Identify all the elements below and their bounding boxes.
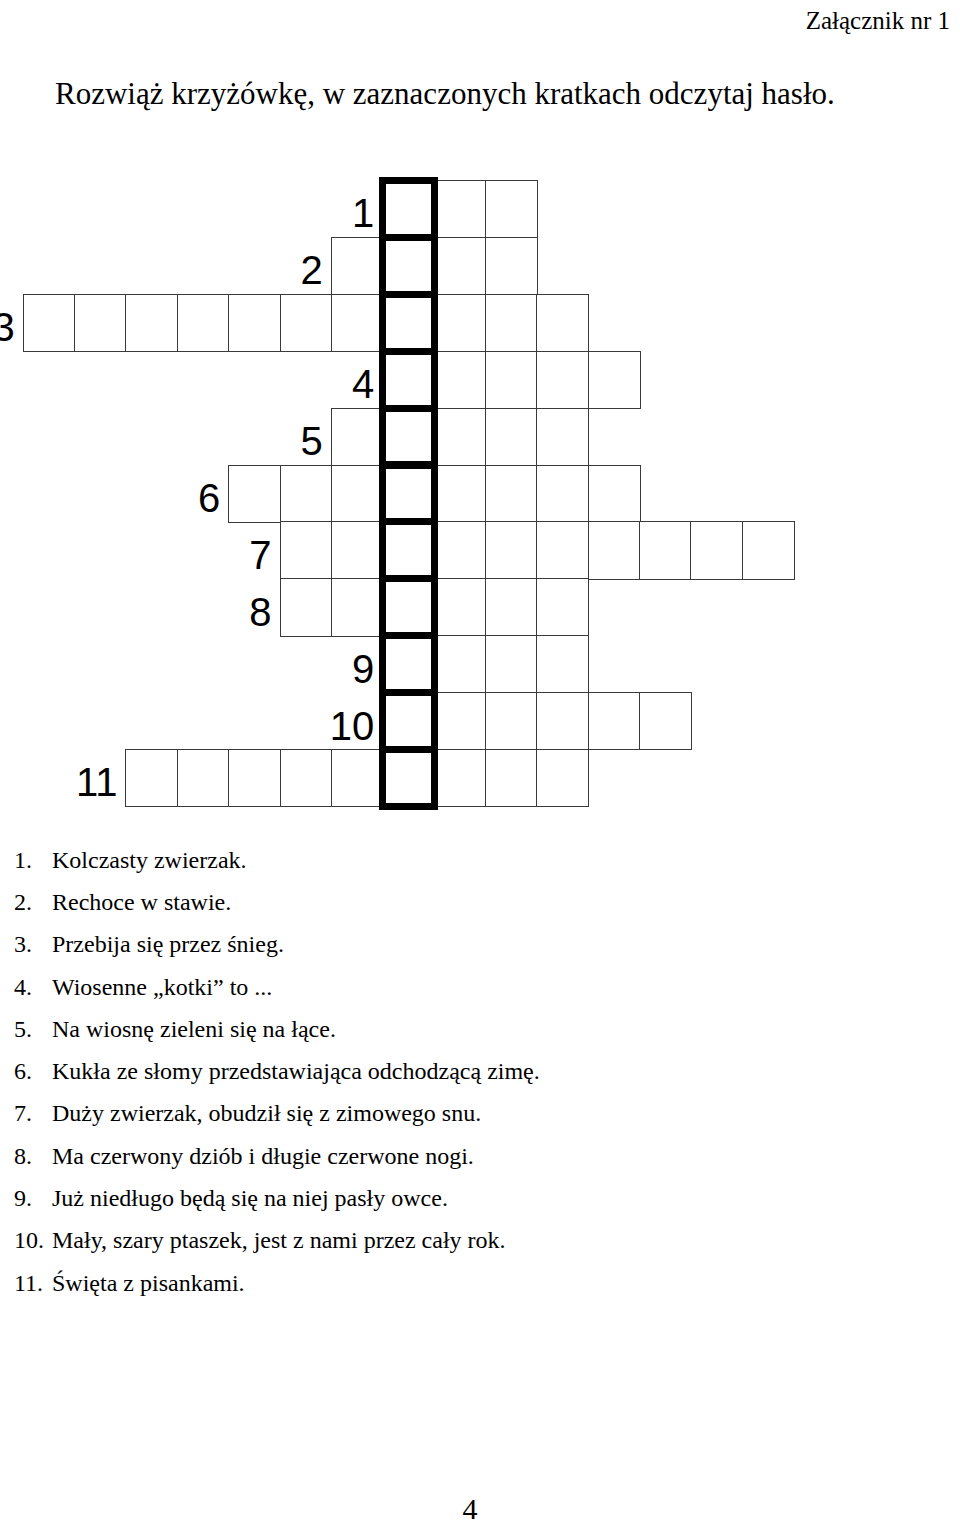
- clue-number: 11.: [14, 1270, 52, 1297]
- clue-text: Już niedługo będą się na niej pasły owce…: [52, 1185, 448, 1212]
- clue-item: 3.Przebija się przez śnieg.: [14, 924, 540, 966]
- crossword-cell[interactable]: [536, 521, 589, 579]
- crossword-cell[interactable]: [434, 578, 487, 636]
- clue-item: 8.Ma czerwony dziób i długie czerwone no…: [14, 1135, 540, 1177]
- crossword-cell[interactable]: [331, 237, 384, 295]
- crossword-cell[interactable]: [434, 180, 487, 238]
- crossword-cell[interactable]: [434, 237, 487, 295]
- crossword-cell[interactable]: [280, 578, 333, 636]
- page-number: 4: [0, 1492, 940, 1526]
- crossword-cell[interactable]: [434, 521, 487, 579]
- crossword-cell[interactable]: [331, 521, 384, 579]
- crossword-cell[interactable]: [228, 294, 281, 352]
- crossword-cell[interactable]: [280, 749, 333, 807]
- clue-item: 10.Mały, szary ptaszek, jest z nami prze…: [14, 1220, 540, 1262]
- crossword-cell[interactable]: [485, 578, 538, 636]
- row-number-label: 3: [0, 305, 15, 350]
- crossword-cell-highlighted[interactable]: [379, 462, 437, 526]
- crossword-cell[interactable]: [331, 294, 384, 352]
- crossword-cell[interactable]: [434, 408, 487, 466]
- crossword-cell[interactable]: [536, 408, 589, 466]
- clue-item: 2.Rechoce w stawie.: [14, 881, 540, 923]
- clue-number: 2.: [14, 889, 52, 916]
- crossword-cell[interactable]: [588, 465, 641, 523]
- clue-text: Kolczasty zwierzak.: [52, 847, 247, 874]
- clue-text: Duży zwierzak, obudził się z zimowego sn…: [52, 1100, 481, 1127]
- row-number-label: 1: [274, 191, 374, 236]
- crossword-cell-highlighted[interactable]: [379, 575, 437, 639]
- crossword-cell[interactable]: [536, 294, 589, 352]
- clue-list: 1.Kolczasty zwierzak.2.Rechoce w stawie.…: [14, 839, 540, 1304]
- crossword-cell[interactable]: [536, 465, 589, 523]
- crossword-cell[interactable]: [23, 294, 76, 352]
- crossword-cell[interactable]: [485, 180, 538, 238]
- clue-item: 1.Kolczasty zwierzak.: [14, 839, 540, 881]
- crossword-cell-highlighted[interactable]: [379, 518, 437, 582]
- crossword-cell[interactable]: [125, 749, 178, 807]
- crossword-cell[interactable]: [536, 635, 589, 693]
- crossword-grid: 1234567891011: [0, 0, 960, 830]
- clue-number: 7.: [14, 1100, 52, 1127]
- row-number-label: 10: [274, 704, 374, 749]
- crossword-cell[interactable]: [280, 521, 333, 579]
- crossword-cell[interactable]: [331, 408, 384, 466]
- clue-text: Na wiosnę zieleni się na łące.: [52, 1016, 336, 1043]
- row-number-label: 9: [274, 647, 374, 692]
- crossword-cell[interactable]: [588, 351, 641, 409]
- crossword-cell[interactable]: [485, 237, 538, 295]
- clue-text: Przebija się przez śnieg.: [52, 931, 284, 958]
- crossword-cell[interactable]: [125, 294, 178, 352]
- clue-item: 9.Już niedługo będą się na niej pasły ow…: [14, 1177, 540, 1219]
- crossword-cell[interactable]: [536, 351, 589, 409]
- crossword-cell[interactable]: [177, 294, 230, 352]
- crossword-cell[interactable]: [536, 578, 589, 636]
- crossword-cell[interactable]: [280, 294, 333, 352]
- crossword-cell-highlighted[interactable]: [379, 291, 437, 355]
- crossword-cell[interactable]: [485, 521, 538, 579]
- crossword-cell-highlighted[interactable]: [379, 689, 437, 753]
- crossword-cell-highlighted[interactable]: [379, 405, 437, 469]
- clue-item: 7.Duży zwierzak, obudził się z zimowego …: [14, 1093, 540, 1135]
- crossword-cell[interactable]: [74, 294, 127, 352]
- crossword-cell[interactable]: [228, 465, 281, 523]
- crossword-cell[interactable]: [639, 692, 692, 750]
- crossword-cell[interactable]: [177, 749, 230, 807]
- crossword-cell[interactable]: [742, 521, 795, 579]
- clue-number: 8.: [14, 1143, 52, 1170]
- clue-number: 10.: [14, 1227, 52, 1254]
- clue-text: Święta z pisankami.: [52, 1270, 245, 1297]
- row-number-label: 11: [17, 760, 117, 805]
- crossword-cell[interactable]: [639, 521, 692, 579]
- clue-number: 4.: [14, 974, 52, 1001]
- crossword-cell[interactable]: [485, 692, 538, 750]
- row-number-label: 6: [120, 476, 220, 521]
- crossword-cell-highlighted[interactable]: [379, 177, 437, 241]
- crossword-cell[interactable]: [280, 465, 333, 523]
- crossword-cell[interactable]: [485, 408, 538, 466]
- clue-text: Ma czerwony dziób i długie czerwone nogi…: [52, 1143, 474, 1170]
- crossword-cell[interactable]: [434, 635, 487, 693]
- crossword-cell[interactable]: [485, 749, 538, 807]
- clue-item: 6.Kukła ze słomy przedstawiająca odchodz…: [14, 1050, 540, 1092]
- crossword-cell[interactable]: [331, 749, 384, 807]
- clue-item: 11.Święta z pisankami.: [14, 1262, 540, 1304]
- crossword-cell[interactable]: [434, 692, 487, 750]
- row-number-label: 7: [172, 533, 272, 578]
- clue-text: Kukła ze słomy przedstawiająca odchodząc…: [52, 1058, 540, 1085]
- row-number-label: 8: [172, 590, 272, 635]
- crossword-cell[interactable]: [331, 465, 384, 523]
- clue-item: 5.Na wiosnę zieleni się na łące.: [14, 1008, 540, 1050]
- row-number-label: 2: [223, 248, 323, 293]
- clue-item: 4.Wiosenne „kotki” to ...: [14, 966, 540, 1008]
- clue-text: Wiosenne „kotki” to ...: [52, 974, 272, 1001]
- clue-number: 6.: [14, 1058, 52, 1085]
- crossword-cell[interactable]: [228, 749, 281, 807]
- clue-number: 3.: [14, 931, 52, 958]
- clue-number: 9.: [14, 1185, 52, 1212]
- row-number-label: 5: [223, 419, 323, 464]
- clue-number: 1.: [14, 847, 52, 874]
- crossword-cell[interactable]: [331, 578, 384, 636]
- crossword-cell[interactable]: [434, 465, 487, 523]
- crossword-cell[interactable]: [434, 351, 487, 409]
- crossword-cell-highlighted[interactable]: [379, 234, 437, 298]
- clue-text: Rechoce w stawie.: [52, 889, 231, 916]
- crossword-cell[interactable]: [536, 749, 589, 807]
- crossword-cell-highlighted[interactable]: [379, 348, 437, 412]
- clue-number: 5.: [14, 1016, 52, 1043]
- crossword-cell[interactable]: [434, 294, 487, 352]
- clue-text: Mały, szary ptaszek, jest z nami przez c…: [52, 1227, 506, 1254]
- crossword-cell-highlighted[interactable]: [379, 746, 437, 810]
- row-number-label: 4: [274, 362, 374, 407]
- crossword-cell[interactable]: [434, 749, 487, 807]
- crossword-cell[interactable]: [485, 635, 538, 693]
- crossword-cell[interactable]: [588, 521, 641, 579]
- crossword-cell[interactable]: [485, 465, 538, 523]
- crossword-cell[interactable]: [588, 692, 641, 750]
- crossword-cell[interactable]: [485, 294, 538, 352]
- crossword-cell-highlighted[interactable]: [379, 632, 437, 696]
- crossword-cell[interactable]: [485, 351, 538, 409]
- crossword-cell[interactable]: [536, 692, 589, 750]
- crossword-cell[interactable]: [690, 521, 743, 579]
